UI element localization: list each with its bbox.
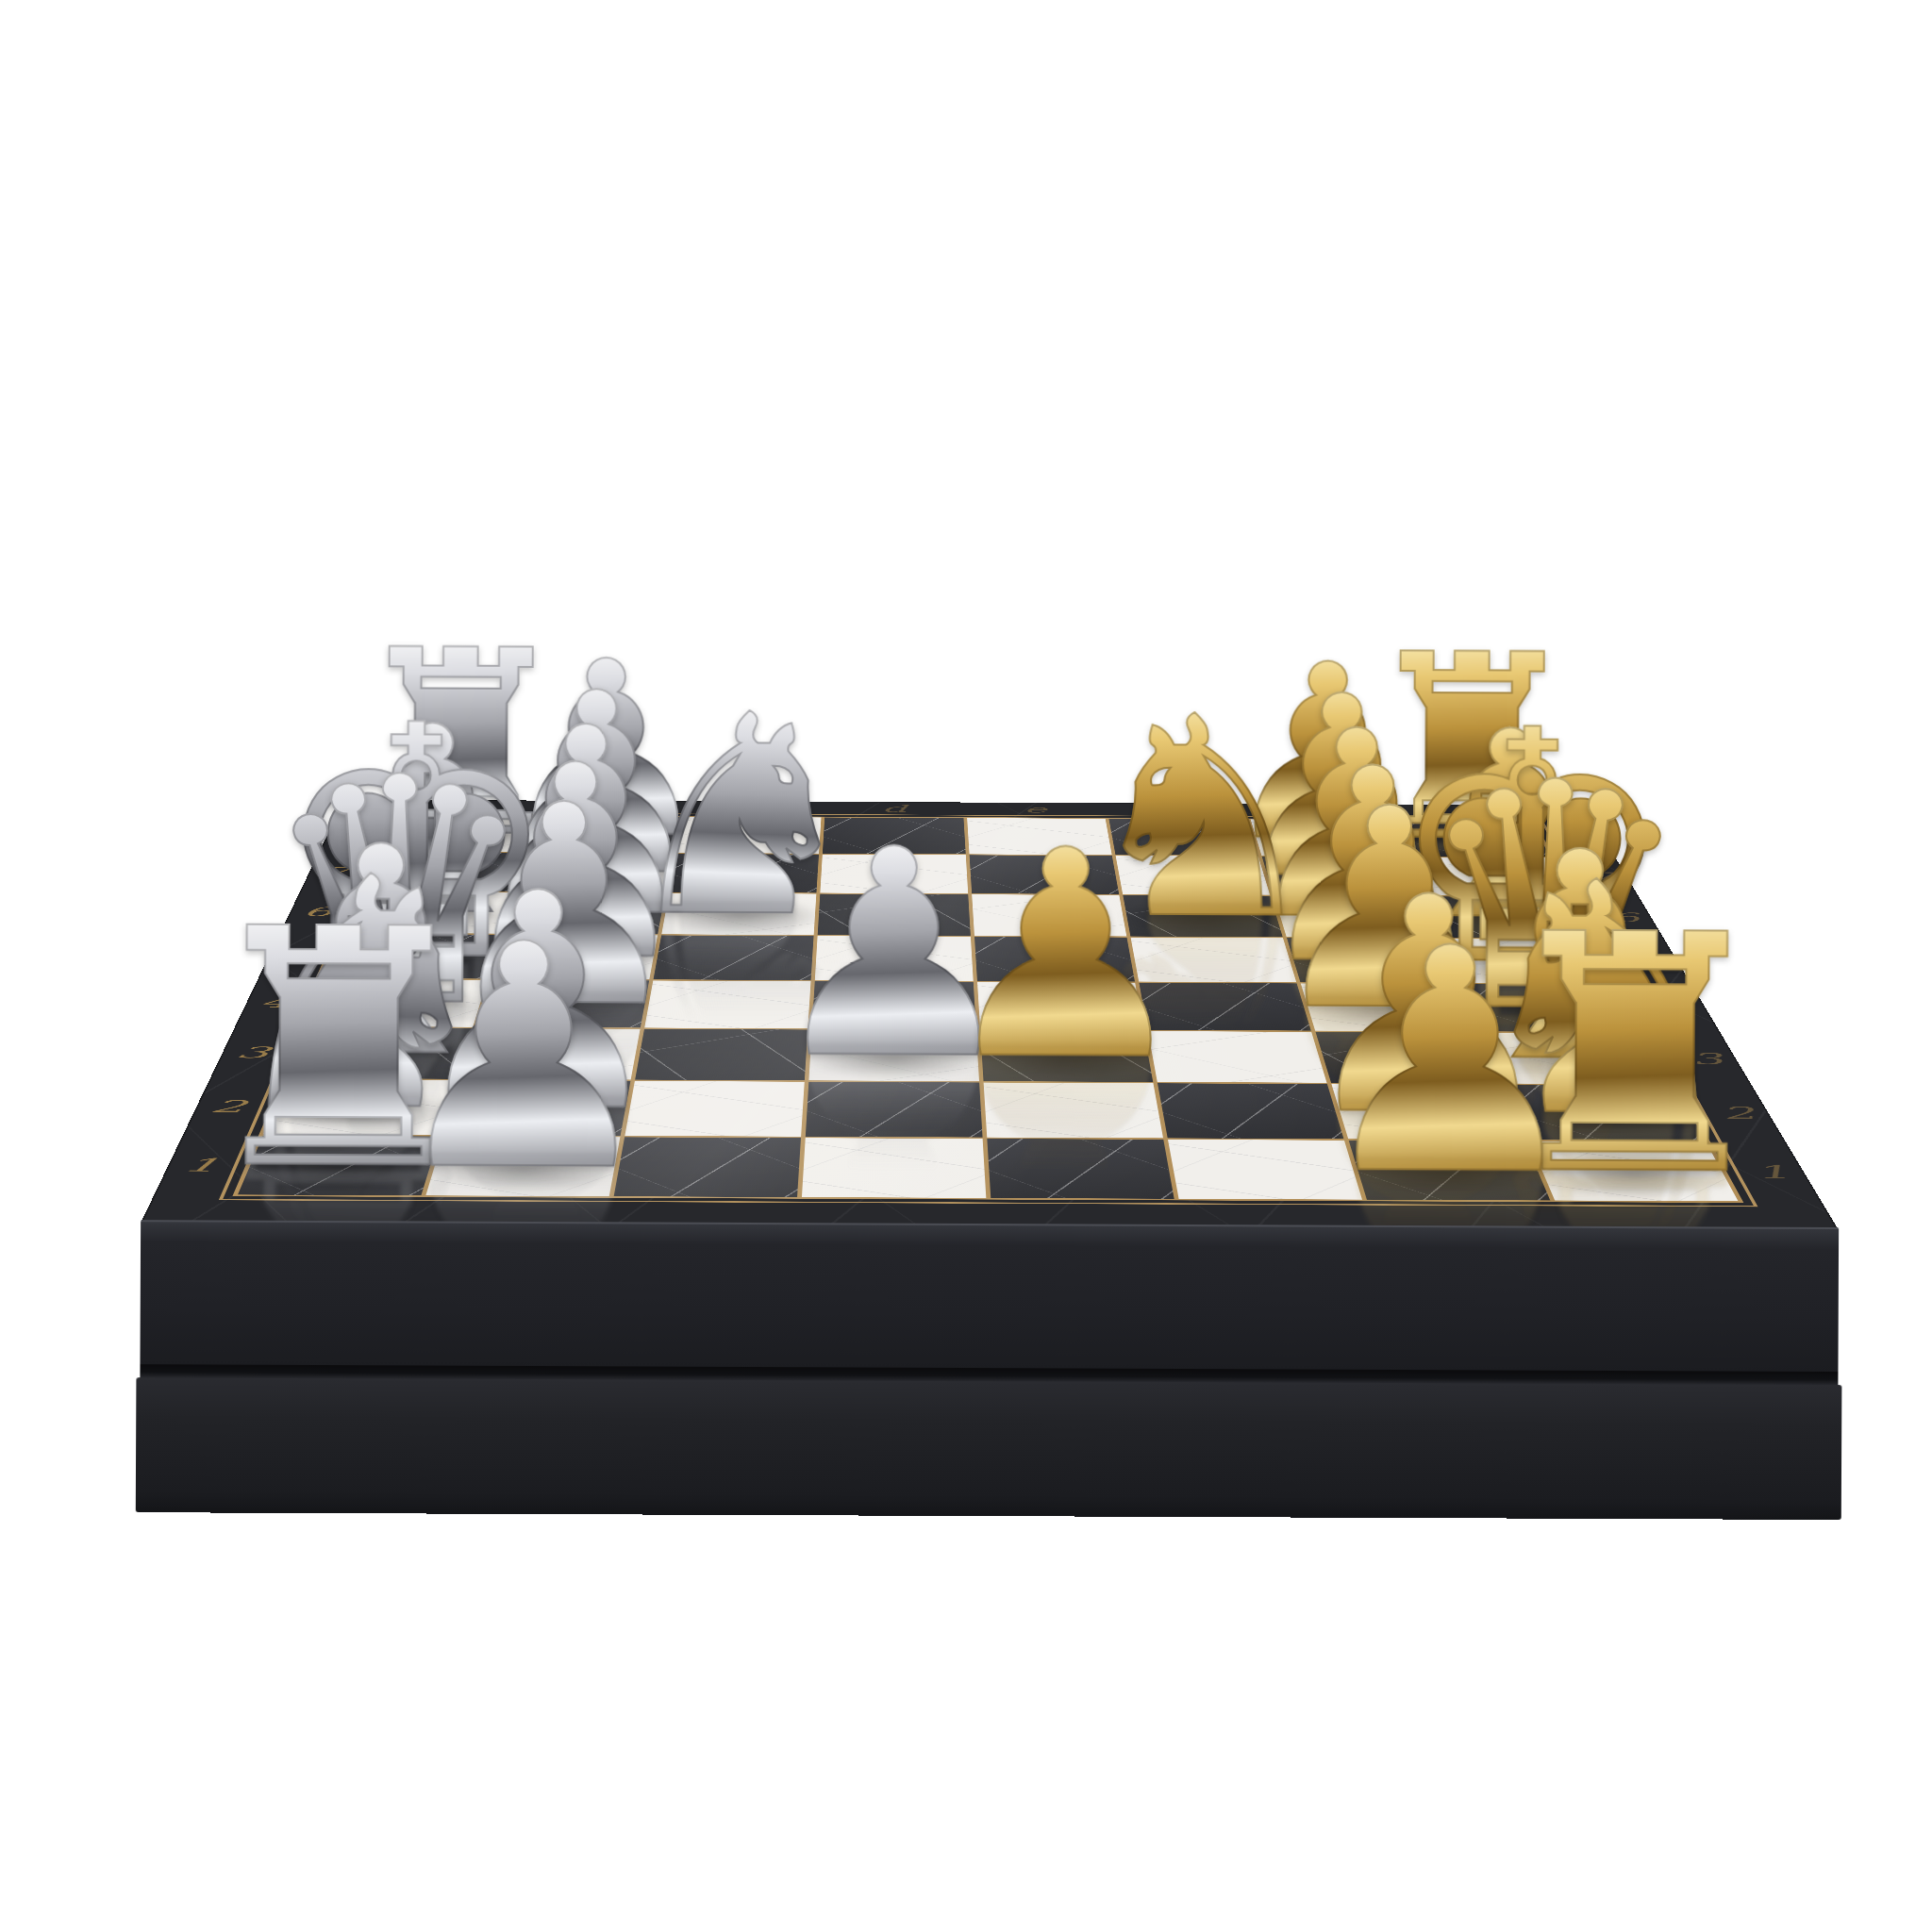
piece-gold-pawn-e3[interactable]: ♟♟	[937, 812, 1194, 1099]
piece-silver-pawn-b1[interactable]: ♟♟	[385, 903, 663, 1212]
piece-gold-pawn-g1[interactable]: ♟♟	[1311, 908, 1590, 1217]
box-base	[136, 1377, 1842, 1520]
pieces-layer: ♜♜♞♞♝♝♛♛♚♚♝♝♜♜♟♟♟♟♟♟♟♟♟♟♟♟♟♟♞♞♟♟♜♜♞♞♝♝♛♛…	[0, 0, 1932, 1932]
chess-set: 1234567812345678abcdefgh ♜♜♞♞♝♝♛♛♚♚♝♝♜♜♟…	[0, 0, 1932, 1932]
silver-pawn-glyph: ♟	[385, 903, 663, 1212]
gold-pawn-glyph: ♟	[937, 812, 1194, 1099]
product-photo: 1234567812345678abcdefgh ♜♜♞♞♝♝♛♛♚♚♝♝♜♜♟…	[0, 0, 1932, 1932]
box-front-face	[140, 1220, 1839, 1374]
gold-pawn-glyph: ♟	[1311, 908, 1590, 1217]
